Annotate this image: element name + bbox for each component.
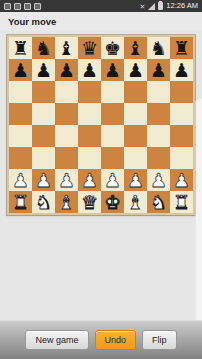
black-pawn-icon: ♟ bbox=[81, 59, 98, 81]
square-d7[interactable]: ♟ bbox=[78, 59, 101, 81]
black-knight-icon: ♞ bbox=[35, 37, 52, 59]
square-h7[interactable]: ♟ bbox=[170, 59, 193, 81]
black-pawn-icon: ♟ bbox=[35, 59, 52, 81]
notification-icon bbox=[24, 3, 31, 10]
square-e6[interactable] bbox=[101, 81, 124, 103]
black-pawn-icon: ♟ bbox=[173, 59, 190, 81]
square-f6[interactable] bbox=[124, 81, 147, 103]
square-c4[interactable] bbox=[55, 125, 78, 147]
bottom-toolbar: New game Undo Flip bbox=[0, 320, 202, 359]
square-c2[interactable]: ♟ bbox=[55, 169, 78, 191]
square-d1[interactable]: ♛ bbox=[78, 191, 101, 213]
black-queen-icon: ♛ bbox=[81, 37, 98, 59]
square-b6[interactable] bbox=[32, 81, 55, 103]
signal-icon bbox=[148, 3, 155, 10]
white-pawn-icon: ♟ bbox=[35, 169, 52, 191]
black-rook-icon: ♜ bbox=[173, 37, 190, 59]
app-screen: ✕ 12:26 AM Your move ♜♞♝♛♚♝♞♜♟♟♟♟♟♟♟♟♟♟♟… bbox=[0, 0, 202, 359]
square-a7[interactable]: ♟ bbox=[9, 59, 32, 81]
square-f1[interactable]: ♝ bbox=[124, 191, 147, 213]
square-g5[interactable] bbox=[147, 103, 170, 125]
square-g2[interactable]: ♟ bbox=[147, 169, 170, 191]
square-h3[interactable] bbox=[170, 147, 193, 169]
black-knight-icon: ♞ bbox=[150, 37, 167, 59]
wifi-off-icon: ✕ bbox=[139, 3, 145, 10]
square-h8[interactable]: ♜ bbox=[170, 37, 193, 59]
square-h4[interactable] bbox=[170, 125, 193, 147]
square-a5[interactable] bbox=[9, 103, 32, 125]
square-b1[interactable]: ♞ bbox=[32, 191, 55, 213]
square-g4[interactable] bbox=[147, 125, 170, 147]
square-b5[interactable] bbox=[32, 103, 55, 125]
notification-icon bbox=[34, 3, 41, 10]
white-knight-icon: ♞ bbox=[150, 191, 167, 213]
white-rook-icon: ♜ bbox=[173, 191, 190, 213]
square-d6[interactable] bbox=[78, 81, 101, 103]
square-h1[interactable]: ♜ bbox=[170, 191, 193, 213]
square-g3[interactable] bbox=[147, 147, 170, 169]
black-pawn-icon: ♟ bbox=[150, 59, 167, 81]
white-king-icon: ♚ bbox=[104, 191, 121, 213]
chess-board[interactable]: ♜♞♝♛♚♝♞♜♟♟♟♟♟♟♟♟♟♟♟♟♟♟♟♟♜♞♝♛♚♝♞♜ bbox=[9, 37, 193, 213]
black-pawn-icon: ♟ bbox=[104, 59, 121, 81]
white-pawn-icon: ♟ bbox=[81, 169, 98, 191]
white-pawn-icon: ♟ bbox=[12, 169, 29, 191]
square-f7[interactable]: ♟ bbox=[124, 59, 147, 81]
square-g6[interactable] bbox=[147, 81, 170, 103]
square-a6[interactable] bbox=[9, 81, 32, 103]
square-d2[interactable]: ♟ bbox=[78, 169, 101, 191]
white-pawn-icon: ♟ bbox=[58, 169, 75, 191]
black-bishop-icon: ♝ bbox=[127, 37, 144, 59]
notification-icon bbox=[4, 3, 11, 10]
square-a2[interactable]: ♟ bbox=[9, 169, 32, 191]
square-f2[interactable]: ♟ bbox=[124, 169, 147, 191]
white-knight-icon: ♞ bbox=[35, 191, 52, 213]
square-e3[interactable] bbox=[101, 147, 124, 169]
status-indicators: ✕ 12:26 AM bbox=[139, 0, 198, 12]
square-d8[interactable]: ♛ bbox=[78, 37, 101, 59]
square-h2[interactable]: ♟ bbox=[170, 169, 193, 191]
turn-indicator-bar: Your move bbox=[0, 12, 202, 31]
flip-button[interactable]: Flip bbox=[142, 330, 177, 350]
square-c1[interactable]: ♝ bbox=[55, 191, 78, 213]
square-e1[interactable]: ♚ bbox=[101, 191, 124, 213]
square-g8[interactable]: ♞ bbox=[147, 37, 170, 59]
square-c8[interactable]: ♝ bbox=[55, 37, 78, 59]
square-b8[interactable]: ♞ bbox=[32, 37, 55, 59]
black-pawn-icon: ♟ bbox=[58, 59, 75, 81]
new-game-button[interactable]: New game bbox=[25, 330, 88, 350]
white-pawn-icon: ♟ bbox=[104, 169, 121, 191]
square-c7[interactable]: ♟ bbox=[55, 59, 78, 81]
square-c5[interactable] bbox=[55, 103, 78, 125]
square-e2[interactable]: ♟ bbox=[101, 169, 124, 191]
square-g7[interactable]: ♟ bbox=[147, 59, 170, 81]
square-a8[interactable]: ♜ bbox=[9, 37, 32, 59]
square-c3[interactable] bbox=[55, 147, 78, 169]
white-bishop-icon: ♝ bbox=[127, 191, 144, 213]
scrollbar bbox=[195, 99, 202, 331]
square-f3[interactable] bbox=[124, 147, 147, 169]
chess-board-frame: ♜♞♝♛♚♝♞♜♟♟♟♟♟♟♟♟♟♟♟♟♟♟♟♟♜♞♝♛♚♝♞♜ bbox=[7, 35, 195, 215]
black-pawn-icon: ♟ bbox=[12, 59, 29, 81]
square-b7[interactable]: ♟ bbox=[32, 59, 55, 81]
square-a4[interactable] bbox=[9, 125, 32, 147]
square-e7[interactable]: ♟ bbox=[101, 59, 124, 81]
square-d4[interactable] bbox=[78, 125, 101, 147]
black-bishop-icon: ♝ bbox=[58, 37, 75, 59]
square-b4[interactable] bbox=[32, 125, 55, 147]
undo-button[interactable]: Undo bbox=[95, 330, 137, 350]
clock-text: 12:26 AM bbox=[166, 0, 198, 12]
square-e4[interactable] bbox=[101, 125, 124, 147]
square-f5[interactable] bbox=[124, 103, 147, 125]
battery-icon bbox=[158, 2, 163, 10]
square-d5[interactable] bbox=[78, 103, 101, 125]
notification-area bbox=[4, 3, 41, 10]
square-h6[interactable] bbox=[170, 81, 193, 103]
black-rook-icon: ♜ bbox=[12, 37, 29, 59]
square-e8[interactable]: ♚ bbox=[101, 37, 124, 59]
square-b2[interactable]: ♟ bbox=[32, 169, 55, 191]
black-pawn-icon: ♟ bbox=[127, 59, 144, 81]
square-e5[interactable] bbox=[101, 103, 124, 125]
status-bar: ✕ 12:26 AM bbox=[0, 0, 202, 12]
white-pawn-icon: ♟ bbox=[173, 169, 190, 191]
square-a1[interactable]: ♜ bbox=[9, 191, 32, 213]
white-pawn-icon: ♟ bbox=[150, 169, 167, 191]
square-a3[interactable] bbox=[9, 147, 32, 169]
black-king-icon: ♚ bbox=[104, 37, 121, 59]
turn-indicator-label: Your move bbox=[8, 16, 56, 27]
white-bishop-icon: ♝ bbox=[58, 191, 75, 213]
white-queen-icon: ♛ bbox=[81, 191, 98, 213]
white-pawn-icon: ♟ bbox=[127, 169, 144, 191]
square-d3[interactable] bbox=[78, 147, 101, 169]
notification-icon bbox=[14, 3, 21, 10]
white-rook-icon: ♜ bbox=[12, 191, 29, 213]
square-b3[interactable] bbox=[32, 147, 55, 169]
square-f8[interactable]: ♝ bbox=[124, 37, 147, 59]
square-c6[interactable] bbox=[55, 81, 78, 103]
square-f4[interactable] bbox=[124, 125, 147, 147]
square-h5[interactable] bbox=[170, 103, 193, 125]
square-g1[interactable]: ♞ bbox=[147, 191, 170, 213]
